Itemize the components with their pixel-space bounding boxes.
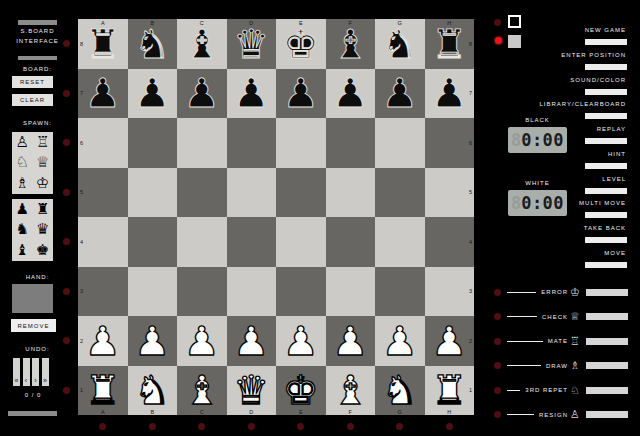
square-h1[interactable]: H1♜ — [425, 366, 475, 416]
sound-color-key[interactable] — [585, 89, 627, 95]
rank-led-3 — [63, 288, 70, 295]
square-b6[interactable] — [128, 118, 178, 168]
square-e3[interactable] — [276, 267, 326, 317]
black-pawn-piece[interactable]: ♟ — [283, 73, 319, 113]
black-pawn-piece[interactable]: ♟ — [134, 73, 170, 113]
panel-divider-bottom — [8, 411, 57, 416]
square-g6[interactable] — [375, 118, 425, 168]
square-f1[interactable]: F♝ — [326, 366, 376, 416]
3rd-repet-status-row: 3RD REPET♘ — [494, 383, 628, 397]
file-label-bottom: C — [200, 409, 204, 415]
spawn-white-king[interactable]: ♔ — [36, 176, 49, 191]
square-b7[interactable]: ♟ — [128, 69, 178, 119]
spawn-black-rook[interactable]: ♜ — [36, 202, 49, 217]
hint-key[interactable] — [585, 163, 627, 169]
check-status-row: CHECK♕ — [494, 310, 628, 324]
spawn-black-king[interactable]: ♚ — [36, 243, 49, 258]
square-h8[interactable]: H8♜ — [425, 19, 475, 69]
white-clock-time: 0:00 — [521, 193, 564, 213]
white-pawn-piece[interactable]: ♟ — [283, 321, 319, 361]
replay-key[interactable] — [585, 138, 627, 144]
square-d2[interactable]: ♟ — [227, 316, 277, 366]
undo-controls: «‹›» — [13, 358, 49, 386]
undo-counter: 0 / 0 — [0, 392, 66, 398]
undo-fast-forward-button[interactable]: » — [42, 358, 49, 386]
3rd-repet-led — [494, 387, 501, 394]
file-led-h — [446, 423, 453, 430]
black-pawn-piece[interactable]: ♟ — [85, 73, 121, 113]
error-key[interactable] — [586, 289, 628, 296]
square-h7[interactable]: 7♟ — [425, 69, 475, 119]
square-b1[interactable]: B♞ — [128, 366, 178, 416]
spawn-black-tray: ♟♜♞♛♝♚ — [12, 199, 53, 261]
rank-label-left: 3 — [80, 288, 83, 294]
rank-label-right: 4 — [469, 239, 472, 245]
rank-label-right: 1 — [469, 387, 472, 393]
sound-color-label: SOUND/COLOR — [570, 77, 626, 83]
app-title-line1: S.BOARD — [0, 28, 75, 34]
move-key[interactable] — [585, 262, 627, 268]
file-led-b — [149, 423, 156, 430]
library-clearboard-key[interactable] — [585, 113, 627, 119]
square-e4[interactable] — [276, 217, 326, 267]
mate-line — [507, 341, 543, 342]
hand-box[interactable] — [12, 284, 53, 313]
knight-icon: ♘ — [568, 385, 582, 396]
square-a3[interactable]: 3 — [78, 267, 128, 317]
white-king-piece[interactable]: ♚ — [283, 370, 319, 410]
square-g7[interactable]: ♟ — [375, 69, 425, 119]
black-clock-time: 0:00 — [521, 130, 564, 150]
rank-label-left: 2 — [80, 338, 83, 344]
file-label-bottom: A — [101, 409, 105, 415]
pawn-icon: ♙ — [568, 409, 582, 420]
rank-label-right: 8 — [469, 41, 472, 47]
mate-led — [494, 338, 501, 345]
white-knight-piece[interactable]: ♞ — [134, 370, 170, 410]
square-b5[interactable] — [128, 168, 178, 218]
spawn-white-queen[interactable]: ♕ — [36, 155, 49, 170]
bishop-icon: ♗ — [568, 360, 582, 371]
black-pawn-piece[interactable]: ♟ — [233, 73, 269, 113]
file-led-e — [297, 423, 304, 430]
square-h4[interactable]: 4 — [425, 217, 475, 267]
file-label-top: A — [101, 20, 105, 26]
square-f4[interactable] — [326, 217, 376, 267]
undo-back-button[interactable]: ‹ — [23, 358, 30, 386]
white-pawn-piece[interactable]: ♟ — [332, 321, 368, 361]
resign-status-row: RESIGN♙ — [494, 408, 628, 422]
square-f8[interactable]: F♝ — [326, 19, 376, 69]
white-pawn-piece[interactable]: ♟ — [85, 321, 121, 361]
square-c4[interactable] — [177, 217, 227, 267]
new-game-key[interactable] — [585, 39, 627, 45]
black-king-piece[interactable]: ♚ — [283, 24, 319, 64]
3rd-repet-line — [507, 390, 520, 391]
square-g4[interactable] — [375, 217, 425, 267]
black-bishop-piece[interactable]: ♝ — [184, 24, 220, 64]
reset-button[interactable]: RESET — [12, 76, 53, 88]
file-led-a — [99, 423, 106, 430]
square-b3[interactable] — [128, 267, 178, 317]
spawn-white-pawn[interactable]: ♙ — [16, 135, 29, 150]
square-c7[interactable]: ♟ — [177, 69, 227, 119]
black-knight-piece[interactable]: ♞ — [382, 24, 418, 64]
black-clock-label: BLACK — [508, 117, 567, 123]
file-label-bottom: F — [349, 409, 352, 415]
rank-led-8 — [63, 40, 70, 47]
square-f5[interactable] — [326, 168, 376, 218]
file-label-bottom: H — [447, 409, 451, 415]
file-label-top: H — [447, 20, 451, 26]
library-clearboard-label: LIBRARY/CLEARBOARD — [539, 101, 626, 107]
sound-color-button[interactable]: SOUND/COLOR — [500, 77, 627, 97]
mate-key[interactable] — [586, 338, 628, 345]
rank-label-left: 6 — [80, 140, 83, 146]
rook-icon: ♖ — [568, 336, 582, 347]
rank-label-right: 3 — [469, 288, 472, 294]
square-g8[interactable]: G♞ — [375, 19, 425, 69]
move-label: MOVE — [604, 250, 626, 256]
black-rook-piece[interactable]: ♜ — [85, 24, 121, 64]
rank-label-right: 5 — [469, 189, 472, 195]
square-b4[interactable] — [128, 217, 178, 267]
white-pawn-piece[interactable]: ♟ — [431, 321, 467, 361]
rank-led-7 — [63, 90, 70, 97]
square-d8[interactable]: D♛ — [227, 19, 277, 69]
file-label-bottom: B — [150, 409, 154, 415]
spawn-white-tray: ♙♖♘♕♗♔ — [12, 132, 53, 194]
panel-divider-top — [18, 20, 57, 25]
board: A8♜B♞C♝D♛E♚F♝G♞H8♜7♟♟♟♟♟♟♟7♟665544332♟♟♟… — [78, 19, 474, 415]
error-led — [494, 289, 501, 296]
replay-label: REPLAY — [597, 126, 626, 132]
spawn-white-knight[interactable]: ♘ — [16, 155, 29, 170]
square-d1[interactable]: D♛ — [227, 366, 277, 416]
white-side-led — [494, 19, 501, 26]
file-label-top: C — [200, 20, 204, 26]
multi-move-label: MULTI MOVE — [579, 200, 626, 206]
new-game-label: NEW GAME — [585, 27, 626, 33]
check-line — [507, 316, 537, 317]
black-pawn-piece[interactable]: ♟ — [431, 73, 467, 113]
square-c1[interactable]: C♝ — [177, 366, 227, 416]
undo-fast-back-button[interactable]: « — [13, 358, 20, 386]
enter-position-button[interactable]: ENTER POSITION — [500, 52, 627, 72]
rank-label-right: 6 — [469, 140, 472, 146]
black-bishop-piece[interactable]: ♝ — [332, 24, 368, 64]
square-e5[interactable] — [276, 168, 326, 218]
white-pawn-piece[interactable]: ♟ — [382, 321, 418, 361]
square-b8[interactable]: B♞ — [128, 19, 178, 69]
undo-forward-button[interactable]: › — [32, 358, 39, 386]
rank-led-4 — [63, 238, 70, 245]
draw-status-row: DRAW♗ — [494, 359, 628, 373]
square-f6[interactable] — [326, 118, 376, 168]
hand-section-label: HAND: — [0, 274, 75, 280]
square-g2[interactable]: ♟ — [375, 316, 425, 366]
square-d4[interactable] — [227, 217, 277, 267]
error-status-row: ERROR♔ — [494, 285, 628, 299]
take-back-key[interactable] — [585, 237, 627, 243]
rank-label-left: 1 — [80, 387, 83, 393]
square-f2[interactable]: ♟ — [326, 316, 376, 366]
square-d7[interactable]: ♟ — [227, 69, 277, 119]
white-pawn-piece[interactable]: ♟ — [233, 321, 269, 361]
square-f3[interactable] — [326, 267, 376, 317]
enter-position-label: ENTER POSITION — [561, 52, 626, 58]
file-label-top: D — [249, 20, 253, 26]
file-label-top: E — [299, 20, 303, 26]
check-label: CHECK — [542, 314, 568, 320]
spawn-section-label: SPAWN: — [0, 120, 75, 126]
file-led-c — [198, 423, 205, 430]
black-knight-piece[interactable]: ♞ — [134, 24, 170, 64]
square-a1[interactable]: A1♜ — [78, 366, 128, 416]
multi-move-key[interactable] — [585, 212, 627, 218]
rank-label-left: 7 — [80, 90, 83, 96]
take-back-button[interactable]: TAKE BACK — [500, 225, 627, 245]
mate-label: MATE — [548, 338, 568, 344]
square-a7[interactable]: 7♟ — [78, 69, 128, 119]
white-rook-piece[interactable]: ♜ — [431, 370, 467, 410]
square-b2[interactable]: ♟ — [128, 316, 178, 366]
square-a8[interactable]: A8♜ — [78, 19, 128, 69]
king-icon: ♔ — [568, 287, 582, 298]
white-clock-display: 80:00 — [508, 190, 567, 216]
white-clock-label: WHITE — [508, 180, 567, 186]
white-clock-ghost-digit: 8 — [511, 193, 521, 213]
resign-line — [507, 414, 534, 415]
resign-key[interactable] — [586, 411, 628, 418]
spawn-black-queen[interactable]: ♛ — [36, 222, 49, 237]
level-key[interactable] — [585, 188, 627, 194]
undo-section-label: UNDO: — [0, 346, 75, 352]
board-section-label: BOARD: — [0, 66, 75, 72]
spawn-black-knight[interactable]: ♞ — [16, 222, 29, 237]
level-label: LEVEL — [602, 176, 626, 182]
check-led — [494, 313, 501, 320]
enter-position-key[interactable] — [585, 64, 627, 70]
resign-label: RESIGN — [539, 412, 568, 418]
square-a6[interactable]: 6 — [78, 118, 128, 168]
square-h6[interactable]: 6 — [425, 118, 475, 168]
square-g5[interactable] — [375, 168, 425, 218]
3rd-repet-key[interactable] — [586, 387, 628, 394]
rank-led-6 — [63, 139, 70, 146]
white-pawn-piece[interactable]: ♟ — [184, 321, 220, 361]
remove-button[interactable]: REMOVE — [10, 318, 57, 333]
rank-label-right: 2 — [469, 338, 472, 344]
hint-label: HINT — [608, 151, 626, 157]
draw-led — [494, 362, 501, 369]
file-label-top: B — [150, 20, 154, 26]
spawn-white-bishop[interactable]: ♗ — [16, 176, 29, 191]
white-pawn-piece[interactable]: ♟ — [134, 321, 170, 361]
square-e1[interactable]: E♚ — [276, 366, 326, 416]
square-d3[interactable] — [227, 267, 277, 317]
take-back-label: TAKE BACK — [584, 225, 626, 231]
white-bishop-piece[interactable]: ♝ — [332, 370, 368, 410]
file-label-top: F — [349, 20, 352, 26]
square-h5[interactable]: 5 — [425, 168, 475, 218]
draw-key[interactable] — [586, 362, 628, 369]
rank-led-1 — [63, 387, 70, 394]
black-pawn-piece[interactable]: ♟ — [184, 73, 220, 113]
square-g3[interactable] — [375, 267, 425, 317]
white-bishop-piece[interactable]: ♝ — [184, 370, 220, 410]
square-c2[interactable]: ♟ — [177, 316, 227, 366]
square-a5[interactable]: 5 — [78, 168, 128, 218]
new-game-button[interactable]: NEW GAME — [500, 27, 627, 47]
rank-led-5 — [63, 189, 70, 196]
clear-button[interactable]: CLEAR — [12, 94, 53, 106]
square-c5[interactable] — [177, 168, 227, 218]
3rd-repet-label: 3RD REPET — [525, 387, 568, 393]
rank-label-left: 8 — [80, 41, 83, 47]
resign-led — [494, 411, 501, 418]
rank-label-left: 4 — [80, 239, 83, 245]
black-pawn-piece[interactable]: ♟ — [332, 73, 368, 113]
spawn-black-bishop[interactable]: ♝ — [16, 243, 29, 258]
square-h3[interactable]: 3 — [425, 267, 475, 317]
chess-computer-interface: S.BOARD INTERFACE BOARD: RESET CLEAR SPA… — [0, 0, 640, 436]
mate-status-row: MATE♖ — [494, 334, 628, 348]
white-rook-piece[interactable]: ♜ — [85, 370, 121, 410]
file-label-bottom: G — [398, 409, 402, 415]
black-pawn-piece[interactable]: ♟ — [382, 73, 418, 113]
spawn-black-pawn[interactable]: ♟ — [16, 202, 29, 217]
black-queen-piece[interactable]: ♛ — [233, 24, 269, 64]
white-knight-piece[interactable]: ♞ — [382, 370, 418, 410]
square-a2[interactable]: 2♟ — [78, 316, 128, 366]
rank-label-left: 5 — [80, 189, 83, 195]
check-key[interactable] — [586, 313, 628, 320]
move-button[interactable]: MOVE — [500, 250, 627, 270]
square-f7[interactable]: ♟ — [326, 69, 376, 119]
white-queen-piece[interactable]: ♛ — [233, 370, 269, 410]
black-clock-ghost-digit: 8 — [511, 130, 521, 150]
draw-label: DRAW — [546, 363, 568, 369]
square-h2[interactable]: 2♟ — [425, 316, 475, 366]
square-d6[interactable] — [227, 118, 277, 168]
spawn-white-rook[interactable]: ♖ — [36, 135, 49, 150]
square-e6[interactable] — [276, 118, 326, 168]
square-c6[interactable] — [177, 118, 227, 168]
rank-led-2 — [63, 337, 70, 344]
rank-label-right: 7 — [469, 90, 472, 96]
square-g1[interactable]: G♞ — [375, 366, 425, 416]
file-label-bottom: D — [249, 409, 253, 415]
square-e7[interactable]: ♟ — [276, 69, 326, 119]
black-rook-piece[interactable]: ♜ — [431, 24, 467, 64]
square-e2[interactable]: ♟ — [276, 316, 326, 366]
black-clock-display: 80:00 — [508, 127, 567, 153]
square-d5[interactable] — [227, 168, 277, 218]
error-line — [507, 292, 536, 293]
square-a4[interactable]: 4 — [78, 217, 128, 267]
file-led-f — [347, 423, 354, 430]
hint-button[interactable]: HINT — [500, 151, 627, 171]
error-label: ERROR — [541, 289, 568, 295]
draw-line — [507, 365, 541, 366]
file-led-g — [396, 423, 403, 430]
square-c8[interactable]: C♝ — [177, 19, 227, 69]
file-label-bottom: E — [299, 409, 303, 415]
file-label-top: G — [398, 20, 402, 26]
square-e8[interactable]: E♚ — [276, 19, 326, 69]
queen-icon: ♕ — [568, 311, 582, 322]
file-led-d — [248, 423, 255, 430]
square-c3[interactable] — [177, 267, 227, 317]
panel-divider — [18, 56, 57, 60]
